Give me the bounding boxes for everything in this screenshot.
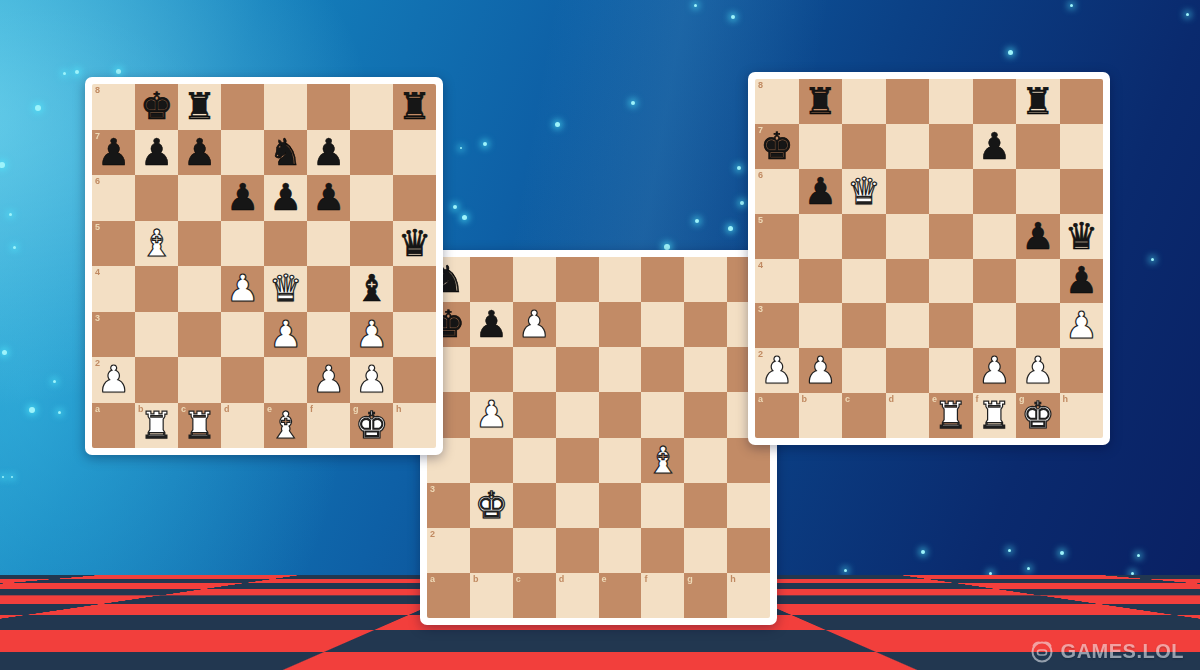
square-f6[interactable]: [973, 169, 1017, 214]
square-h1[interactable]: h: [727, 573, 770, 618]
square-b4[interactable]: [135, 266, 178, 312]
square-c8[interactable]: ♜: [178, 84, 221, 130]
square-h7[interactable]: [393, 130, 436, 176]
square-e5[interactable]: [929, 214, 973, 259]
square-b5[interactable]: ♝: [135, 221, 178, 267]
square-g6[interactable]: [684, 347, 727, 392]
star: [11, 476, 13, 478]
star: [1151, 258, 1154, 261]
file-label: a: [758, 394, 763, 404]
square-g3[interactable]: [1016, 303, 1060, 348]
star: [921, 550, 925, 554]
square-e7[interactable]: ♞: [264, 130, 307, 176]
square-a3[interactable]: 3: [755, 303, 799, 348]
square-g2[interactable]: ♟: [350, 357, 393, 403]
square-d4[interactable]: [556, 438, 599, 483]
square-h6[interactable]: [393, 175, 436, 221]
square-g1[interactable]: g♚: [350, 403, 393, 449]
piece-white-rook[interactable]: ♜: [973, 393, 1017, 438]
square-d7[interactable]: [556, 302, 599, 347]
square-f2[interactable]: ♟: [973, 348, 1017, 393]
star: [453, 205, 457, 209]
square-c1[interactable]: c♜: [178, 403, 221, 449]
square-a6[interactable]: 6: [755, 169, 799, 214]
square-d6[interactable]: ♟: [221, 175, 264, 221]
piece-black-pawn[interactable]: ♟: [973, 124, 1017, 169]
rank-label: 3: [758, 304, 763, 314]
square-b3[interactable]: ♚: [470, 483, 513, 528]
square-b8[interactable]: ♜: [799, 79, 843, 124]
square-d3[interactable]: [886, 303, 930, 348]
square-a1[interactable]: a: [755, 393, 799, 438]
square-e2[interactable]: [929, 348, 973, 393]
square-f2[interactable]: [641, 528, 684, 573]
square-c8[interactable]: [513, 257, 556, 302]
left-chess-board[interactable]: 8♚♜♜7♟♟♟♞♟6♟♟♟5♝♛4♟♛♝3♟♟2♟♟♟ab♜c♜de♝fg♚h: [85, 77, 443, 455]
square-g5[interactable]: ♟: [1016, 214, 1060, 259]
square-c1[interactable]: c: [842, 393, 886, 438]
square-d2[interactable]: [556, 528, 599, 573]
square-b6[interactable]: [470, 347, 513, 392]
square-f3[interactable]: [973, 303, 1017, 348]
square-f7[interactable]: ♟: [973, 124, 1017, 169]
square-e1[interactable]: e♜: [929, 393, 973, 438]
rank-label: 5: [758, 215, 763, 225]
square-f4[interactable]: [307, 266, 350, 312]
file-label: h: [730, 574, 736, 584]
square-a2[interactable]: 2: [427, 528, 470, 573]
star: [1008, 50, 1013, 55]
square-f8[interactable]: [973, 79, 1017, 124]
square-h4[interactable]: ♟: [1060, 259, 1104, 304]
square-b2[interactable]: [135, 357, 178, 403]
square-b4[interactable]: [470, 438, 513, 483]
square-d5[interactable]: [556, 392, 599, 437]
square-f5[interactable]: [973, 214, 1017, 259]
rank-label: 5: [95, 222, 100, 232]
file-label: b: [473, 574, 479, 584]
square-d8[interactable]: [556, 257, 599, 302]
square-h5[interactable]: ♛: [1060, 214, 1104, 259]
square-g7[interactable]: [350, 130, 393, 176]
star: [631, 101, 635, 105]
file-label: f: [310, 404, 313, 414]
star: [695, 219, 699, 223]
square-c6[interactable]: ♛: [842, 169, 886, 214]
square-f4[interactable]: ♝: [641, 438, 684, 483]
piece-black-knight[interactable]: ♞: [264, 130, 307, 176]
square-g3[interactable]: [684, 483, 727, 528]
square-c5[interactable]: [178, 221, 221, 267]
square-g5[interactable]: [684, 392, 727, 437]
piece-white-pawn[interactable]: ♟: [1060, 303, 1104, 348]
square-g1[interactable]: g♚: [1016, 393, 1060, 438]
file-label: g: [687, 574, 693, 584]
piece-black-queen[interactable]: ♛: [393, 221, 436, 267]
piece-white-pawn[interactable]: ♟: [973, 348, 1017, 393]
square-a5[interactable]: 5: [92, 221, 135, 267]
piece-white-pawn[interactable]: ♟: [350, 312, 393, 358]
star: [1186, 13, 1189, 16]
star: [0, 162, 5, 168]
square-f2[interactable]: ♟: [307, 357, 350, 403]
rank-label: 4: [758, 260, 763, 270]
square-f1[interactable]: f: [641, 573, 684, 618]
rank-label: 2: [430, 529, 435, 539]
square-a1[interactable]: a: [427, 573, 470, 618]
file-label: a: [95, 404, 100, 414]
star: [737, 166, 741, 170]
square-e4[interactable]: [599, 438, 642, 483]
piece-black-queen[interactable]: ♛: [1060, 214, 1104, 259]
square-d8[interactable]: [221, 84, 264, 130]
square-f5[interactable]: [641, 392, 684, 437]
square-g8[interactable]: [350, 84, 393, 130]
square-d6[interactable]: [556, 347, 599, 392]
rank-label: 8: [758, 80, 763, 90]
square-d4[interactable]: ♟: [221, 266, 264, 312]
square-a3[interactable]: 3: [92, 312, 135, 358]
square-g2[interactable]: ♟: [1016, 348, 1060, 393]
square-h8[interactable]: [1060, 79, 1104, 124]
file-label: h: [1063, 394, 1069, 404]
square-b7[interactable]: ♟: [470, 302, 513, 347]
square-c7[interactable]: ♟: [178, 130, 221, 176]
square-b3[interactable]: [135, 312, 178, 358]
star: [694, 4, 697, 7]
square-a3[interactable]: 3: [427, 483, 470, 528]
rank-label: 6: [758, 170, 763, 180]
square-h3[interactable]: [727, 483, 770, 528]
star: [1137, 554, 1140, 557]
square-e2[interactable]: [264, 357, 307, 403]
file-label: d: [559, 574, 565, 584]
piece-black-pawn[interactable]: ♟: [221, 175, 264, 221]
square-d6[interactable]: [886, 169, 930, 214]
piece-white-pawn[interactable]: ♟: [799, 348, 843, 393]
square-b1[interactable]: b: [470, 573, 513, 618]
piece-black-pawn[interactable]: ♟: [264, 175, 307, 221]
star: [1070, 4, 1073, 7]
piece-black-pawn[interactable]: ♟: [307, 175, 350, 221]
square-f7[interactable]: ♟: [307, 130, 350, 176]
square-c4[interactable]: [178, 266, 221, 312]
star: [462, 215, 467, 220]
rank-label: 6: [95, 176, 100, 186]
square-h1[interactable]: h: [1060, 393, 1104, 438]
square-f6[interactable]: ♟: [307, 175, 350, 221]
square-g7[interactable]: [684, 302, 727, 347]
square-e3[interactable]: ♟: [264, 312, 307, 358]
file-label: h: [396, 404, 402, 414]
file-label: c: [845, 394, 850, 404]
square-b5[interactable]: ♟: [470, 392, 513, 437]
square-g1[interactable]: g: [684, 573, 727, 618]
square-h2[interactable]: [393, 357, 436, 403]
piece-white-pawn[interactable]: ♟: [92, 357, 135, 403]
star: [53, 380, 56, 383]
square-e8[interactable]: [599, 257, 642, 302]
piece-white-king[interactable]: ♚: [350, 403, 393, 449]
piece-white-bishop[interactable]: ♝: [264, 403, 307, 449]
square-h1[interactable]: h: [393, 403, 436, 449]
square-h2[interactable]: [727, 528, 770, 573]
square-d3[interactable]: [556, 483, 599, 528]
piece-black-pawn[interactable]: ♟: [135, 130, 178, 176]
square-f4[interactable]: [973, 259, 1017, 304]
piece-white-pawn[interactable]: ♟: [1016, 348, 1060, 393]
piece-black-rook[interactable]: ♜: [799, 79, 843, 124]
square-h8[interactable]: ♜: [393, 84, 436, 130]
star: [844, 569, 847, 572]
square-d8[interactable]: [886, 79, 930, 124]
right-chess-board[interactable]: 8♜♜7♚♟6♟♛5♟♛4♟3♟2♟♟♟♟abcde♜f♜g♚h: [748, 72, 1110, 445]
star: [75, 70, 79, 74]
square-f1[interactable]: f: [307, 403, 350, 449]
square-c2[interactable]: [842, 348, 886, 393]
star: [13, 246, 16, 249]
square-d5[interactable]: [886, 214, 930, 259]
square-g3[interactable]: ♟: [350, 312, 393, 358]
square-b8[interactable]: ♚: [135, 84, 178, 130]
square-d5[interactable]: [221, 221, 264, 267]
square-g4[interactable]: [1016, 259, 1060, 304]
piece-white-pawn[interactable]: ♟: [307, 357, 350, 403]
square-c1[interactable]: c: [513, 573, 556, 618]
square-a7[interactable]: 7♟: [92, 130, 135, 176]
piece-white-pawn[interactable]: ♟: [221, 266, 264, 312]
square-f3[interactable]: [641, 483, 684, 528]
square-a8[interactable]: 8: [755, 79, 799, 124]
piece-white-rook[interactable]: ♜: [135, 403, 178, 449]
square-b7[interactable]: ♟: [135, 130, 178, 176]
piece-black-pawn[interactable]: ♟: [92, 130, 135, 176]
square-b1[interactable]: b: [799, 393, 843, 438]
piece-black-rook[interactable]: ♜: [1016, 79, 1060, 124]
square-g8[interactable]: [684, 257, 727, 302]
game-controller-icon: [1029, 638, 1055, 664]
square-c7[interactable]: [842, 124, 886, 169]
square-e5[interactable]: [264, 221, 307, 267]
square-c2[interactable]: [513, 528, 556, 573]
piece-black-king[interactable]: ♚: [135, 84, 178, 130]
square-e4[interactable]: ♛: [264, 266, 307, 312]
star: [58, 411, 61, 414]
square-h2[interactable]: [1060, 348, 1104, 393]
square-d1[interactable]: d: [556, 573, 599, 618]
square-e6[interactable]: [599, 347, 642, 392]
square-e1[interactable]: e♝: [264, 403, 307, 449]
square-e8[interactable]: [929, 79, 973, 124]
square-e2[interactable]: [599, 528, 642, 573]
square-c5[interactable]: [842, 214, 886, 259]
piece-white-pawn[interactable]: ♟: [264, 312, 307, 358]
piece-black-bishop[interactable]: ♝: [350, 266, 393, 312]
piece-black-pawn[interactable]: ♟: [799, 169, 843, 214]
square-b8[interactable]: [470, 257, 513, 302]
square-b2[interactable]: ♟: [799, 348, 843, 393]
middle-chess-board[interactable]: 8♞7♚♟♟65♟4♝3♚2abcdefgh: [420, 250, 777, 625]
square-g4[interactable]: [684, 438, 727, 483]
square-b2[interactable]: [470, 528, 513, 573]
square-c7[interactable]: ♟: [513, 302, 556, 347]
file-label: e: [602, 574, 607, 584]
square-a4[interactable]: 4: [755, 259, 799, 304]
star: [728, 226, 733, 231]
file-label: a: [430, 574, 435, 584]
star: [2, 476, 4, 478]
piece-white-king[interactable]: ♚: [470, 483, 513, 528]
square-a1[interactable]: a: [92, 403, 135, 449]
star: [29, 407, 35, 413]
star: [460, 147, 462, 149]
square-c5[interactable]: [513, 392, 556, 437]
piece-white-pawn[interactable]: ♟: [513, 302, 556, 347]
star: [1027, 567, 1030, 570]
square-d2[interactable]: [221, 357, 264, 403]
piece-white-rook[interactable]: ♜: [929, 393, 973, 438]
rank-label: 4: [95, 267, 100, 277]
rank-label: 8: [95, 85, 100, 95]
square-g4[interactable]: ♝: [350, 266, 393, 312]
square-c3[interactable]: [842, 303, 886, 348]
square-b4[interactable]: [799, 259, 843, 304]
square-b5[interactable]: [799, 214, 843, 259]
piece-black-pawn[interactable]: ♟: [178, 130, 221, 176]
piece-white-bishop[interactable]: ♝: [641, 438, 684, 483]
square-c4[interactable]: [513, 438, 556, 483]
square-b6[interactable]: [135, 175, 178, 221]
square-f7[interactable]: [641, 302, 684, 347]
rank-label: 3: [95, 313, 100, 323]
piece-white-bishop[interactable]: ♝: [135, 221, 178, 267]
square-a2[interactable]: 2♟: [755, 348, 799, 393]
star: [483, 142, 487, 146]
square-e7[interactable]: [929, 124, 973, 169]
square-e8[interactable]: [264, 84, 307, 130]
file-label: f: [644, 574, 647, 584]
square-c3[interactable]: [178, 312, 221, 358]
rank-label: 3: [430, 484, 435, 494]
square-e1[interactable]: e: [599, 573, 642, 618]
square-b6[interactable]: ♟: [799, 169, 843, 214]
square-b1[interactable]: b♜: [135, 403, 178, 449]
square-a2[interactable]: 2♟: [92, 357, 135, 403]
piece-black-pawn[interactable]: ♟: [1060, 259, 1104, 304]
square-f1[interactable]: f♜: [973, 393, 1017, 438]
star: [555, 122, 560, 127]
square-e6[interactable]: [929, 169, 973, 214]
piece-black-pawn[interactable]: ♟: [470, 302, 513, 347]
square-g5[interactable]: [350, 221, 393, 267]
star: [2, 350, 7, 355]
piece-black-pawn[interactable]: ♟: [1016, 214, 1060, 259]
square-c2[interactable]: [178, 357, 221, 403]
square-f8[interactable]: [641, 257, 684, 302]
piece-white-pawn[interactable]: ♟: [350, 357, 393, 403]
square-c6[interactable]: [513, 347, 556, 392]
square-d3[interactable]: [221, 312, 264, 358]
square-e3[interactable]: [929, 303, 973, 348]
square-f8[interactable]: [307, 84, 350, 130]
square-a8[interactable]: 8: [92, 84, 135, 130]
piece-black-pawn[interactable]: ♟: [307, 130, 350, 176]
file-label: c: [516, 574, 521, 584]
square-g7[interactable]: [1016, 124, 1060, 169]
star: [63, 72, 66, 75]
square-g2[interactable]: [684, 528, 727, 573]
square-a4[interactable]: 4: [92, 266, 135, 312]
square-b7[interactable]: [799, 124, 843, 169]
square-d1[interactable]: d: [221, 403, 264, 449]
square-h6[interactable]: [1060, 169, 1104, 214]
file-label: d: [889, 394, 895, 404]
square-a5[interactable]: 5: [755, 214, 799, 259]
square-c4[interactable]: [842, 259, 886, 304]
square-h5[interactable]: ♛: [393, 221, 436, 267]
square-e5[interactable]: [599, 392, 642, 437]
piece-white-rook[interactable]: ♜: [178, 403, 221, 449]
square-g6[interactable]: [350, 175, 393, 221]
star: [1008, 549, 1011, 552]
star: [731, 15, 735, 19]
square-e6[interactable]: ♟: [264, 175, 307, 221]
square-a7[interactable]: 7♚: [755, 124, 799, 169]
star: [35, 105, 41, 111]
square-h7[interactable]: [1060, 124, 1104, 169]
square-f3[interactable]: [307, 312, 350, 358]
piece-white-pawn[interactable]: ♟: [755, 348, 799, 393]
square-h3[interactable]: ♟: [1060, 303, 1104, 348]
square-h4[interactable]: [393, 266, 436, 312]
square-c3[interactable]: [513, 483, 556, 528]
piece-black-rook[interactable]: ♜: [393, 84, 436, 130]
square-d7[interactable]: [886, 124, 930, 169]
star: [116, 69, 121, 74]
square-h3[interactable]: [393, 312, 436, 358]
square-c8[interactable]: [842, 79, 886, 124]
square-e3[interactable]: [599, 483, 642, 528]
square-e4[interactable]: [929, 259, 973, 304]
square-f5[interactable]: [307, 221, 350, 267]
square-f6[interactable]: [641, 347, 684, 392]
watermark-text: GAMES.LOL: [1061, 640, 1184, 663]
star: [9, 213, 12, 216]
square-g8[interactable]: ♜: [1016, 79, 1060, 124]
piece-white-king[interactable]: ♚: [1016, 393, 1060, 438]
square-b3[interactable]: [799, 303, 843, 348]
piece-white-queen[interactable]: ♛: [842, 169, 886, 214]
square-c6[interactable]: [178, 175, 221, 221]
piece-white-pawn[interactable]: ♟: [470, 392, 513, 437]
star: [740, 201, 744, 205]
star: [1060, 551, 1064, 555]
square-d4[interactable]: [886, 259, 930, 304]
square-e7[interactable]: [599, 302, 642, 347]
square-a6[interactable]: 6: [92, 175, 135, 221]
square-d1[interactable]: d: [886, 393, 930, 438]
file-label: b: [802, 394, 808, 404]
square-d2[interactable]: [886, 348, 930, 393]
file-label: d: [224, 404, 230, 414]
piece-black-rook[interactable]: ♜: [178, 84, 221, 130]
games-lol-watermark: GAMES.LOL: [1029, 638, 1184, 664]
square-d7[interactable]: [221, 130, 264, 176]
square-g6[interactable]: [1016, 169, 1060, 214]
piece-white-queen[interactable]: ♛: [264, 266, 307, 312]
piece-black-king[interactable]: ♚: [755, 124, 799, 169]
